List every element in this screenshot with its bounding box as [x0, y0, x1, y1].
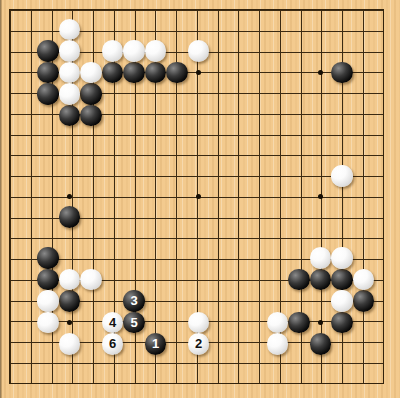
- black-stone[interactable]: [123, 62, 145, 84]
- white-stone[interactable]: [37, 290, 59, 312]
- black-stone[interactable]: [166, 62, 188, 84]
- move-number-label: 6: [109, 337, 116, 350]
- black-stone[interactable]: [37, 247, 59, 269]
- black-stone[interactable]: [80, 83, 102, 105]
- black-stone[interactable]: [59, 206, 81, 228]
- black-stone[interactable]: [102, 62, 124, 84]
- move-number-label: 1: [152, 337, 159, 350]
- move-6-white-stone[interactable]: 6: [102, 333, 124, 355]
- white-stone[interactable]: [267, 312, 289, 334]
- white-stone[interactable]: [188, 40, 210, 62]
- white-stone[interactable]: [59, 333, 81, 355]
- move-number-label: 5: [130, 315, 137, 328]
- move-2-white-stone[interactable]: 2: [188, 333, 210, 355]
- white-stone[interactable]: [331, 290, 353, 312]
- star-point: [318, 70, 323, 75]
- white-stone[interactable]: [59, 19, 81, 41]
- move-4-white-stone[interactable]: 4: [102, 312, 124, 334]
- black-stone[interactable]: [331, 269, 353, 291]
- white-stone[interactable]: [331, 165, 353, 187]
- star-point: [67, 194, 72, 199]
- white-stone[interactable]: [59, 40, 81, 62]
- white-stone[interactable]: [123, 40, 145, 62]
- black-stone[interactable]: [80, 105, 102, 127]
- black-stone[interactable]: [37, 40, 59, 62]
- black-stone[interactable]: [37, 83, 59, 105]
- star-point: [318, 320, 323, 325]
- white-stone[interactable]: [59, 62, 81, 84]
- white-stone[interactable]: [102, 40, 124, 62]
- star-point: [196, 194, 201, 199]
- black-stone[interactable]: [37, 269, 59, 291]
- black-stone[interactable]: [145, 62, 167, 84]
- white-stone[interactable]: [267, 333, 289, 355]
- white-stone[interactable]: [145, 40, 167, 62]
- black-stone[interactable]: [353, 290, 375, 312]
- move-5-black-stone[interactable]: 5: [123, 312, 145, 334]
- black-stone[interactable]: [59, 105, 81, 127]
- white-stone[interactable]: [353, 269, 375, 291]
- white-stone[interactable]: [37, 312, 59, 334]
- move-1-black-stone[interactable]: 1: [145, 333, 167, 355]
- white-stone[interactable]: [59, 269, 81, 291]
- black-stone[interactable]: [310, 269, 332, 291]
- black-stone[interactable]: [288, 269, 310, 291]
- white-stone[interactable]: [80, 269, 102, 291]
- star-point: [67, 320, 72, 325]
- white-stone[interactable]: [310, 247, 332, 269]
- black-stone[interactable]: [331, 62, 353, 84]
- move-number-label: 4: [109, 315, 116, 328]
- white-stone[interactable]: [331, 247, 353, 269]
- black-stone[interactable]: [59, 290, 81, 312]
- black-stone[interactable]: [310, 333, 332, 355]
- move-number-label: 3: [130, 294, 137, 307]
- white-stone[interactable]: [188, 312, 210, 334]
- star-point: [196, 70, 201, 75]
- white-stone[interactable]: [80, 62, 102, 84]
- white-stone[interactable]: [59, 83, 81, 105]
- move-3-black-stone[interactable]: 3: [123, 290, 145, 312]
- black-stone[interactable]: [37, 62, 59, 84]
- star-point: [318, 194, 323, 199]
- black-stone[interactable]: [288, 312, 310, 334]
- go-board[interactable]: 123456: [0, 0, 400, 398]
- intersection-grid[interactable]: 123456: [0, 0, 394, 394]
- move-number-label: 2: [195, 337, 202, 350]
- black-stone[interactable]: [331, 312, 353, 334]
